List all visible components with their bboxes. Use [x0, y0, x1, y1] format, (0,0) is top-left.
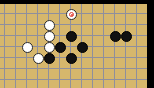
white-stone: [22, 42, 33, 53]
white-stone: [44, 42, 55, 53]
black-stone: [77, 42, 88, 53]
grid-line-horizontal: [0, 13, 154, 14]
grid-line-horizontal: [0, 68, 154, 69]
black-stone: [110, 31, 121, 42]
grid-line-horizontal: [0, 57, 154, 58]
white-stone: [44, 31, 55, 42]
top-letterbox-band: [0, 0, 154, 4]
black-stone: [66, 53, 77, 64]
white-stone: [44, 20, 55, 31]
black-stone: [121, 31, 132, 42]
last-move-marker-dot: [71, 14, 73, 16]
white-stone: [33, 53, 44, 64]
grid-line-horizontal: [0, 79, 154, 80]
right-letterbox-band: [147, 0, 154, 88]
black-stone: [55, 42, 66, 53]
go-board[interactable]: [0, 0, 154, 88]
black-stone: [44, 53, 55, 64]
grid-line-horizontal: [0, 24, 154, 25]
black-stone: [66, 31, 77, 42]
white-stone: [66, 9, 77, 20]
